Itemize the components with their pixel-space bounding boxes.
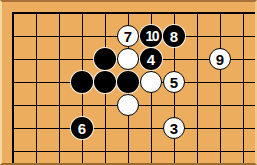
white-stone: 7: [117, 25, 139, 47]
intersection: [140, 117, 163, 140]
white-stone: [117, 48, 139, 70]
intersection: [25, 2, 48, 25]
intersection: 4: [140, 48, 163, 71]
white-stone: [117, 94, 139, 116]
intersection: [71, 48, 94, 71]
black-stone: 10: [140, 25, 162, 47]
intersection: [140, 71, 163, 94]
go-diagram: 710849563: [0, 0, 257, 165]
intersection: [140, 94, 163, 117]
intersection: [232, 140, 255, 163]
intersection: [25, 71, 48, 94]
intersection: 8: [163, 25, 186, 48]
intersection: [94, 25, 117, 48]
intersection: [94, 48, 117, 71]
intersection: 10: [140, 25, 163, 48]
intersection: [117, 2, 140, 25]
intersection: [48, 140, 71, 163]
intersection: 5: [163, 71, 186, 94]
black-stone: [94, 71, 116, 93]
intersection: [140, 2, 163, 25]
white-stone: 5: [163, 71, 185, 93]
move-number: 9: [216, 52, 224, 67]
intersection: [163, 48, 186, 71]
intersection: [71, 71, 94, 94]
white-stone: [140, 71, 162, 93]
intersection: [117, 117, 140, 140]
white-stone: 3: [163, 117, 185, 139]
intersection: [232, 25, 255, 48]
intersection: [2, 71, 25, 94]
intersection: [117, 94, 140, 117]
intersection: [186, 25, 209, 48]
intersection: [186, 71, 209, 94]
intersection: [71, 25, 94, 48]
move-number: 5: [170, 75, 178, 90]
intersection: [117, 140, 140, 163]
intersection: [2, 25, 25, 48]
intersection: [232, 94, 255, 117]
move-number: 4: [147, 52, 155, 67]
intersection: [232, 117, 255, 140]
intersection: [163, 140, 186, 163]
intersection: [209, 94, 232, 117]
intersection: [2, 48, 25, 71]
intersection: [163, 2, 186, 25]
intersection: [2, 117, 25, 140]
white-stone: 9: [209, 48, 231, 70]
move-number: 10: [145, 29, 158, 43]
intersection: [232, 48, 255, 71]
intersection: [25, 140, 48, 163]
intersection: [25, 94, 48, 117]
intersection: 7: [117, 25, 140, 48]
intersection: [48, 117, 71, 140]
intersection: [2, 140, 25, 163]
intersection: [94, 71, 117, 94]
intersection: [71, 2, 94, 25]
move-number: 6: [78, 121, 86, 136]
intersection: 6: [71, 117, 94, 140]
intersection: 9: [209, 48, 232, 71]
intersection: [25, 117, 48, 140]
intersection: [117, 48, 140, 71]
intersection: [209, 117, 232, 140]
intersection: [71, 140, 94, 163]
intersection: [94, 117, 117, 140]
intersection: [209, 71, 232, 94]
intersection: [163, 94, 186, 117]
intersection: [186, 140, 209, 163]
intersection: 3: [163, 117, 186, 140]
black-stone: [71, 71, 93, 93]
black-stone: 6: [71, 117, 93, 139]
intersection: [25, 48, 48, 71]
intersection: [209, 2, 232, 25]
black-stone: [94, 48, 116, 70]
intersection: [232, 71, 255, 94]
move-number: 8: [170, 29, 178, 44]
intersection: [2, 94, 25, 117]
intersection: [48, 94, 71, 117]
intersection: [117, 71, 140, 94]
intersection: [48, 2, 71, 25]
intersection: [2, 2, 25, 25]
intersection: [48, 71, 71, 94]
intersection: [209, 140, 232, 163]
intersection: [94, 2, 117, 25]
intersection: [186, 2, 209, 25]
intersection: [25, 25, 48, 48]
intersection: [209, 25, 232, 48]
intersection: [186, 94, 209, 117]
intersection: [48, 25, 71, 48]
intersection: [94, 94, 117, 117]
black-stone: [117, 71, 139, 93]
move-number: 7: [124, 29, 132, 44]
black-stone: 8: [163, 25, 185, 47]
intersection: [140, 140, 163, 163]
intersection: [232, 2, 255, 25]
go-board: 710849563: [2, 2, 255, 163]
move-number: 3: [170, 121, 178, 136]
intersection: [48, 48, 71, 71]
intersection: [186, 117, 209, 140]
intersection: [94, 140, 117, 163]
intersection: [71, 94, 94, 117]
black-stone: 4: [140, 48, 162, 70]
intersection: [186, 48, 209, 71]
